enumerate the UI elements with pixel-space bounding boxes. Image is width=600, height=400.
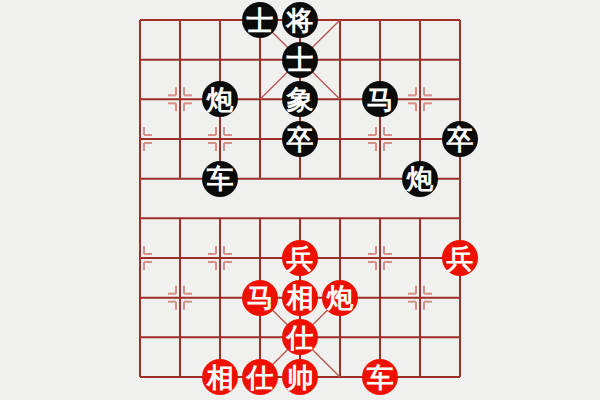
piece-black-cannon[interactable]: 炮 <box>202 81 238 117</box>
piece-black-soldier[interactable]: 卒 <box>282 121 318 157</box>
piece-black-advisor[interactable]: 士 <box>282 42 318 78</box>
xiangqi-board: 士将士炮象马卒卒车炮兵兵马相炮仕相仕帅车 <box>0 0 600 400</box>
piece-black-elephant[interactable]: 象 <box>282 81 318 117</box>
piece-black-advisor[interactable]: 士 <box>242 2 278 38</box>
piece-red-chariot[interactable]: 车 <box>362 359 398 395</box>
pieces-layer: 士将士炮象马卒卒车炮兵兵马相炮仕相仕帅车 <box>0 0 600 400</box>
piece-red-soldier[interactable]: 兵 <box>282 240 318 276</box>
piece-red-advisor[interactable]: 仕 <box>282 319 318 355</box>
piece-black-chariot[interactable]: 车 <box>202 161 238 197</box>
piece-red-elephant[interactable]: 相 <box>282 280 318 316</box>
piece-red-cannon[interactable]: 炮 <box>322 280 358 316</box>
piece-red-advisor[interactable]: 仕 <box>242 359 278 395</box>
piece-black-horse[interactable]: 马 <box>362 81 398 117</box>
piece-red-elephant[interactable]: 相 <box>202 359 238 395</box>
piece-black-soldier[interactable]: 卒 <box>442 121 478 157</box>
piece-red-soldier[interactable]: 兵 <box>442 240 478 276</box>
piece-black-general[interactable]: 将 <box>282 2 318 38</box>
piece-red-general[interactable]: 帅 <box>282 359 318 395</box>
piece-red-horse[interactable]: 马 <box>242 280 278 316</box>
piece-black-cannon[interactable]: 炮 <box>402 161 438 197</box>
